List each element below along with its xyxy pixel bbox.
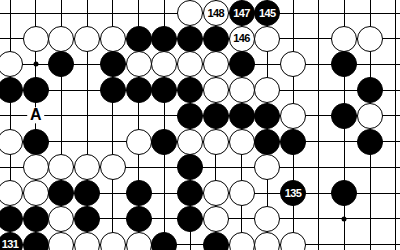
black-stone [126, 77, 152, 103]
white-stone [254, 77, 280, 103]
black-stone [23, 129, 49, 155]
white-stone [126, 129, 152, 155]
white-stone [203, 51, 229, 77]
black-stone [177, 154, 203, 180]
white-stone [229, 77, 255, 103]
white-stone [331, 26, 357, 52]
white-stone [74, 154, 100, 180]
black-stone [151, 77, 177, 103]
white-stone [254, 26, 280, 52]
black-stone [254, 129, 280, 155]
move-number: 145 [259, 8, 276, 19]
black-stone [203, 103, 229, 129]
white-stone [280, 51, 306, 77]
white-stone [48, 154, 74, 180]
white-stone [151, 51, 177, 77]
white-stone [177, 129, 203, 155]
black-stone [280, 129, 306, 155]
white-stone [23, 26, 49, 52]
hoshi-point [33, 62, 38, 67]
move-number: 146 [233, 33, 250, 44]
black-stone [203, 26, 229, 52]
white-stone [280, 103, 306, 129]
move-number: 135 [285, 188, 302, 199]
black-stone [331, 180, 357, 206]
black-stone [229, 103, 255, 129]
black-stone [177, 206, 203, 232]
move-number: 147 [233, 8, 250, 19]
white-stone [203, 206, 229, 232]
black-stone [331, 51, 357, 77]
white-stone [203, 129, 229, 155]
black-stone [0, 206, 23, 232]
black-stone [151, 129, 177, 155]
black-stone [23, 232, 49, 250]
black-stone [357, 77, 383, 103]
white-stone [100, 232, 126, 250]
white-stone [48, 206, 74, 232]
white-stone [74, 26, 100, 52]
black-stone-135: 135 [280, 180, 306, 206]
black-stone [126, 206, 152, 232]
black-stone-147: 147 [229, 0, 255, 26]
black-stone [74, 206, 100, 232]
white-stone [100, 26, 126, 52]
white-stone [23, 180, 49, 206]
black-stone [23, 77, 49, 103]
white-stone [177, 0, 203, 26]
black-stone [151, 26, 177, 52]
black-stone [177, 26, 203, 52]
black-stone-131: 131 [0, 232, 23, 250]
hoshi-point [342, 216, 347, 221]
black-stone [357, 129, 383, 155]
point-label-A: A [27, 107, 45, 123]
black-stone [48, 180, 74, 206]
white-stone [0, 129, 23, 155]
white-stone [74, 232, 100, 250]
white-stone [229, 232, 255, 250]
white-stone [0, 51, 23, 77]
white-stone-148: 148 [203, 0, 229, 26]
white-stone-146: 146 [229, 26, 255, 52]
move-number: 131 [2, 239, 19, 250]
white-stone [280, 232, 306, 250]
black-stone [177, 103, 203, 129]
white-stone [126, 232, 152, 250]
black-stone [23, 206, 49, 232]
white-stone [177, 51, 203, 77]
white-stone [229, 129, 255, 155]
white-stone [357, 26, 383, 52]
white-stone [0, 180, 23, 206]
black-stone [100, 77, 126, 103]
black-stone-145: 145 [254, 0, 280, 26]
black-stone [177, 180, 203, 206]
white-stone [100, 154, 126, 180]
white-stone [254, 232, 280, 250]
white-stone [48, 26, 74, 52]
black-stone [203, 232, 229, 250]
black-stone [177, 77, 203, 103]
black-stone [254, 103, 280, 129]
black-stone [331, 103, 357, 129]
white-stone [203, 77, 229, 103]
white-stone [254, 206, 280, 232]
move-number: 148 [208, 8, 225, 19]
black-stone [0, 77, 23, 103]
black-stone [48, 51, 74, 77]
white-stone [229, 180, 255, 206]
white-stone [254, 154, 280, 180]
white-stone [126, 51, 152, 77]
white-stone [23, 154, 49, 180]
go-board-diagram: 148147145146135131A [0, 0, 400, 250]
white-stone [48, 232, 74, 250]
black-stone [229, 51, 255, 77]
black-stone [126, 26, 152, 52]
black-stone [151, 232, 177, 250]
black-stone [100, 51, 126, 77]
black-stone [74, 180, 100, 206]
black-stone [126, 180, 152, 206]
white-stone [357, 103, 383, 129]
white-stone [203, 180, 229, 206]
